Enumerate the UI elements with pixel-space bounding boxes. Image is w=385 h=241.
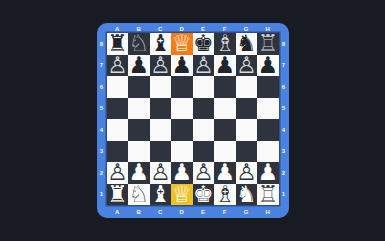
square-f1[interactable]: ♗ <box>214 184 236 206</box>
rank-label-4: 4 <box>98 119 105 141</box>
square-g1[interactable]: ♞ <box>236 184 258 206</box>
rank-label-1: 1 <box>280 184 287 206</box>
piece-black-pawn[interactable]: ♙ <box>236 54 257 76</box>
square-h6[interactable] <box>257 76 279 98</box>
piece-white-rook[interactable]: ♖ <box>257 183 278 205</box>
rank-label-8: 8 <box>280 33 287 55</box>
square-a1[interactable]: ♜ <box>107 184 129 206</box>
file-label-b: B <box>128 208 150 216</box>
rank-labels-left: 87654321 <box>98 33 105 205</box>
square-f7[interactable]: ♟ <box>214 55 236 77</box>
piece-black-pawn[interactable]: ♟ <box>171 54 192 76</box>
piece-black-pawn[interactable]: ♙ <box>107 54 128 76</box>
square-g6[interactable] <box>236 76 258 98</box>
square-b6[interactable] <box>128 76 150 98</box>
rank-label-2: 2 <box>280 162 287 184</box>
rank-labels-right: 87654321 <box>280 33 287 205</box>
rank-label-4: 4 <box>280 119 287 141</box>
square-e6[interactable] <box>193 76 215 98</box>
rank-label-5: 5 <box>98 98 105 120</box>
square-e4[interactable] <box>193 119 215 141</box>
file-label-f: F <box>214 208 236 216</box>
square-d4[interactable] <box>171 119 193 141</box>
file-label-e: E <box>193 208 215 216</box>
square-e1[interactable]: ♚ <box>193 184 215 206</box>
piece-white-queen[interactable]: ♕ <box>171 183 192 205</box>
piece-black-pawn[interactable]: ♟ <box>214 54 235 76</box>
square-g4[interactable] <box>236 119 258 141</box>
rank-label-3: 3 <box>98 141 105 163</box>
square-a6[interactable] <box>107 76 129 98</box>
chess-board-frame: ABCDEFGH ABCDEFGH 87654321 87654321 ♜♘♝♕… <box>97 23 289 218</box>
piece-white-bishop[interactable]: ♗ <box>214 183 235 205</box>
file-label-a: A <box>107 208 129 216</box>
rank-label-1: 1 <box>98 184 105 206</box>
square-c7[interactable]: ♙ <box>150 55 172 77</box>
square-f6[interactable] <box>214 76 236 98</box>
square-d1[interactable]: ♕ <box>171 184 193 206</box>
piece-black-pawn[interactable]: ♙ <box>193 54 214 76</box>
square-b5[interactable] <box>128 98 150 120</box>
square-h4[interactable] <box>257 119 279 141</box>
chess-board: ♜♘♝♕♚♗♞♖♙♟♙♟♙♟♙♟♙♟♙♟♙♟♙♟♜♘♝♕♚♗♞♖ <box>107 33 279 205</box>
square-d7[interactable]: ♟ <box>171 55 193 77</box>
rank-label-3: 3 <box>280 141 287 163</box>
file-label-h: H <box>257 208 279 216</box>
app-background: ABCDEFGH ABCDEFGH 87654321 87654321 ♜♘♝♕… <box>0 0 385 241</box>
square-b4[interactable] <box>128 119 150 141</box>
piece-white-bishop[interactable]: ♝ <box>150 183 171 205</box>
square-f4[interactable] <box>214 119 236 141</box>
square-b7[interactable]: ♟ <box>128 55 150 77</box>
file-labels-bottom: ABCDEFGH <box>107 208 279 216</box>
square-a5[interactable] <box>107 98 129 120</box>
rank-label-2: 2 <box>98 162 105 184</box>
square-h5[interactable] <box>257 98 279 120</box>
file-label-d: D <box>171 208 193 216</box>
square-e5[interactable] <box>193 98 215 120</box>
piece-white-knight[interactable]: ♞ <box>236 183 257 205</box>
square-b1[interactable]: ♘ <box>128 184 150 206</box>
rank-label-5: 5 <box>280 98 287 120</box>
file-label-c: C <box>150 208 172 216</box>
square-g7[interactable]: ♙ <box>236 55 258 77</box>
square-f5[interactable] <box>214 98 236 120</box>
square-e7[interactable]: ♙ <box>193 55 215 77</box>
file-label-g: G <box>236 208 258 216</box>
square-a4[interactable] <box>107 119 129 141</box>
piece-black-pawn[interactable]: ♟ <box>128 54 149 76</box>
piece-black-pawn[interactable]: ♙ <box>150 54 171 76</box>
square-a7[interactable]: ♙ <box>107 55 129 77</box>
piece-black-pawn[interactable]: ♟ <box>257 54 278 76</box>
rank-label-7: 7 <box>280 55 287 77</box>
rank-label-7: 7 <box>98 55 105 77</box>
square-h1[interactable]: ♖ <box>257 184 279 206</box>
square-d6[interactable] <box>171 76 193 98</box>
square-c5[interactable] <box>150 98 172 120</box>
rank-label-8: 8 <box>98 33 105 55</box>
square-h7[interactable]: ♟ <box>257 55 279 77</box>
square-c1[interactable]: ♝ <box>150 184 172 206</box>
square-c6[interactable] <box>150 76 172 98</box>
rank-label-6: 6 <box>98 76 105 98</box>
piece-white-knight[interactable]: ♘ <box>128 183 149 205</box>
piece-white-king[interactable]: ♚ <box>193 183 214 205</box>
rank-label-6: 6 <box>280 76 287 98</box>
square-d5[interactable] <box>171 98 193 120</box>
square-g5[interactable] <box>236 98 258 120</box>
square-c4[interactable] <box>150 119 172 141</box>
piece-white-rook[interactable]: ♜ <box>107 183 128 205</box>
